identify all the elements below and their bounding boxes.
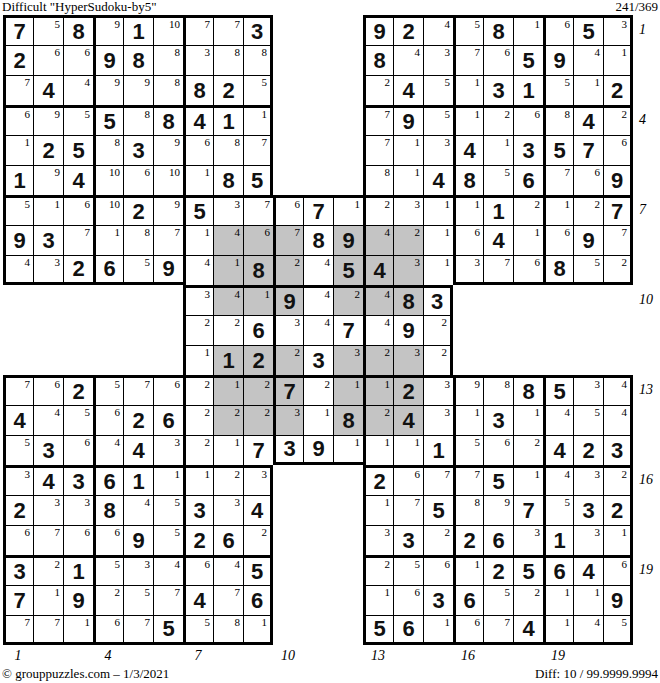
- cell-r17c13[interactable]: 1: [363, 495, 393, 525]
- cell-r6c17[interactable]: 5: [483, 165, 513, 195]
- cell-r16c9[interactable]: 3: [243, 465, 273, 495]
- cell-r17c17[interactable]: 9: [483, 495, 513, 525]
- cell-r7c16[interactable]: 1: [453, 195, 483, 225]
- cell-r6c4[interactable]: 10: [93, 165, 123, 195]
- given-digit: 7: [6, 586, 33, 615]
- cell-r7c8[interactable]: 3: [213, 195, 243, 225]
- cell-r1c19[interactable]: 6: [543, 15, 573, 45]
- cell-r17c5[interactable]: 4: [123, 495, 153, 525]
- cell-r1c4[interactable]: 9: [93, 15, 123, 45]
- cell-r6c13[interactable]: 8: [363, 165, 393, 195]
- cell-r16c19[interactable]: 4: [543, 465, 573, 495]
- cell-r20c2[interactable]: 1: [33, 585, 63, 615]
- cell-r18c1[interactable]: 6: [3, 525, 33, 555]
- cell-r17c8[interactable]: 3: [213, 495, 243, 525]
- cell-r19c8[interactable]: 4: [213, 555, 243, 585]
- cell-r18c2[interactable]: 7: [33, 525, 63, 555]
- cell-r15c18[interactable]: 2: [513, 435, 543, 465]
- cell-r19c6[interactable]: 4: [153, 555, 183, 585]
- candidate-digit: 1: [445, 257, 451, 268]
- cell-r20c20[interactable]: 1: [573, 585, 603, 615]
- cell-r20c14[interactable]: 6: [393, 585, 423, 615]
- cell-r8c16[interactable]: 6: [453, 225, 483, 255]
- cell-r21c15[interactable]: 1: [423, 615, 453, 645]
- candidate-digit: 6: [115, 527, 121, 538]
- candidate-digit: 1: [262, 109, 268, 120]
- cell-r14c2[interactable]: 4: [33, 405, 63, 435]
- cell-r7c12[interactable]: 1: [333, 195, 363, 225]
- cell-r21c4[interactable]: 6: [93, 615, 123, 645]
- cell-r7c1[interactable]: 5: [3, 195, 33, 225]
- cell-r8c5[interactable]: 8: [123, 225, 153, 255]
- cell-r13c4[interactable]: 5: [93, 375, 123, 405]
- cell-r12c7[interactable]: 1: [183, 345, 213, 375]
- cell-r9c18[interactable]: 6: [513, 255, 543, 285]
- cell-r8c8[interactable]: 4: [213, 225, 243, 255]
- cell-r21c2[interactable]: 7: [33, 615, 63, 645]
- cell-r21c17[interactable]: 7: [483, 615, 513, 645]
- cell-r15c6[interactable]: 3: [153, 435, 183, 465]
- cell-r15c12[interactable]: 1: [333, 435, 363, 465]
- cell-r11c10[interactable]: 3: [273, 315, 303, 345]
- cell-r21c7[interactable]: 5: [183, 615, 213, 645]
- cell-r16c15[interactable]: 7: [423, 465, 453, 495]
- cell-r9c1[interactable]: 4: [3, 255, 33, 285]
- cell-r9c17[interactable]: 7: [483, 255, 513, 285]
- cell-r11c14: 9: [393, 315, 423, 345]
- cell-r4c5[interactable]: 8: [123, 105, 153, 135]
- cell-r18c3[interactable]: 6: [63, 525, 93, 555]
- candidate-digit: 8: [175, 77, 181, 88]
- cell-r13c10: 7: [273, 375, 303, 405]
- cell-r16c8[interactable]: 2: [213, 465, 243, 495]
- cell-r18c15[interactable]: 2: [423, 525, 453, 555]
- cell-r14c18[interactable]: 1: [513, 405, 543, 435]
- cell-r15c13[interactable]: 1: [363, 435, 393, 465]
- cell-r3c1[interactable]: 7: [3, 75, 33, 105]
- cell-r14c15[interactable]: 3: [423, 405, 453, 435]
- cell-r4c15[interactable]: 5: [423, 105, 453, 135]
- cell-r7c4[interactable]: 10: [93, 195, 123, 225]
- given-digit: 3: [484, 406, 513, 435]
- cell-r13c2[interactable]: 6: [33, 375, 63, 405]
- cell-r20c6[interactable]: 7: [153, 585, 183, 615]
- given-digit: 2: [124, 406, 153, 435]
- cell-r20c19[interactable]: 1: [543, 585, 573, 615]
- cell-r20c18[interactable]: 2: [513, 585, 543, 615]
- cell-r12c11: 3: [303, 345, 333, 375]
- cell-r10c15: 3: [423, 285, 453, 315]
- cell-r7c10[interactable]: 6: [273, 195, 303, 225]
- cell-r14c3[interactable]: 5: [63, 405, 93, 435]
- cell-r20c13[interactable]: 1: [363, 585, 393, 615]
- cell-r3c19[interactable]: 5: [543, 75, 573, 105]
- cell-r11c11[interactable]: 4: [303, 315, 333, 345]
- cell-r6c19[interactable]: 7: [543, 165, 573, 195]
- cell-r9c2[interactable]: 3: [33, 255, 63, 285]
- cell-r4c1[interactable]: 6: [3, 105, 33, 135]
- candidate-digit: 7: [235, 587, 241, 598]
- candidate-digit: 6: [565, 227, 571, 238]
- cell-r4c18[interactable]: 6: [513, 105, 543, 135]
- cell-r21c20[interactable]: 4: [573, 615, 603, 645]
- candidate-digit: 3: [445, 407, 451, 418]
- cell-r13c7[interactable]: 2: [183, 375, 213, 405]
- cell-r5c6[interactable]: 9: [153, 135, 183, 165]
- cell-r13c16[interactable]: 9: [453, 375, 483, 405]
- cell-r12c13[interactable]: 2: [363, 345, 393, 375]
- cell-r11c13[interactable]: 4: [363, 315, 393, 345]
- cell-r15c17[interactable]: 6: [483, 435, 513, 465]
- col-label-13: 13: [363, 648, 393, 664]
- cell-r21c21[interactable]: 5: [603, 615, 633, 645]
- cell-r5c8[interactable]: 8: [213, 135, 243, 165]
- cell-r16c7[interactable]: 1: [183, 465, 213, 495]
- candidate-digit: 3: [262, 469, 268, 480]
- cell-r8c19[interactable]: 6: [543, 225, 573, 255]
- cell-r11c8[interactable]: 2: [213, 315, 243, 345]
- cell-r4c8: 1: [213, 105, 243, 135]
- cell-r8c14[interactable]: 2: [393, 225, 423, 255]
- cell-r2c13: 8: [363, 45, 393, 75]
- cell-r6c20[interactable]: 6: [573, 165, 603, 195]
- cell-r12c15[interactable]: 2: [423, 345, 453, 375]
- cell-r18c13[interactable]: 3: [363, 525, 393, 555]
- cell-r2c17[interactable]: 6: [483, 45, 513, 75]
- cell-r16c3: 3: [63, 465, 93, 495]
- cell-r21c8[interactable]: 8: [213, 615, 243, 645]
- cell-r5c7[interactable]: 6: [183, 135, 213, 165]
- cell-r21c3[interactable]: 1: [63, 615, 93, 645]
- cell-r16c20[interactable]: 3: [573, 465, 603, 495]
- cell-r5c15[interactable]: 3: [423, 135, 453, 165]
- cell-r21c19[interactable]: 1: [543, 615, 573, 645]
- cell-r17c2[interactable]: 3: [33, 495, 63, 525]
- candidate-digit: 7: [475, 469, 481, 480]
- cell-r21c16[interactable]: 6: [453, 615, 483, 645]
- cell-r2c7[interactable]: 3: [183, 45, 213, 75]
- cell-r1c8[interactable]: 7: [213, 15, 243, 45]
- cell-r19c17: 2: [483, 555, 513, 585]
- cell-r13c12[interactable]: 1: [333, 375, 363, 405]
- candidate-digit: 3: [415, 199, 421, 210]
- cell-r4c17[interactable]: 2: [483, 105, 513, 135]
- cell-r5c14[interactable]: 1: [393, 135, 423, 165]
- cell-r15c4[interactable]: 4: [93, 435, 123, 465]
- cell-r16c16[interactable]: 7: [453, 465, 483, 495]
- cell-r14c13[interactable]: 2: [363, 405, 393, 435]
- cell-r13c18: 8: [513, 375, 543, 405]
- cell-r7c9[interactable]: 7: [243, 195, 273, 225]
- cell-r1c6[interactable]: 10: [153, 15, 183, 45]
- cell-r7c19[interactable]: 1: [543, 195, 573, 225]
- cell-r12c14[interactable]: 3: [393, 345, 423, 375]
- cell-r13c5[interactable]: 7: [123, 375, 153, 405]
- cell-r19c16[interactable]: 1: [453, 555, 483, 585]
- cell-r14c19[interactable]: 4: [543, 405, 573, 435]
- cell-r4c19[interactable]: 8: [543, 105, 573, 135]
- cell-r13c1[interactable]: 7: [3, 375, 33, 405]
- cell-r7c6[interactable]: 9: [153, 195, 183, 225]
- cell-r3c6[interactable]: 8: [153, 75, 183, 105]
- cell-r17c19[interactable]: 5: [543, 495, 573, 525]
- cell-r9c4: 6: [93, 255, 123, 285]
- cell-r16c18[interactable]: 1: [513, 465, 543, 495]
- cell-r8c7[interactable]: 1: [183, 225, 213, 255]
- cell-r17c16[interactable]: 8: [453, 495, 483, 525]
- cell-r8c18[interactable]: 1: [513, 225, 543, 255]
- candidate-digit: 1: [205, 469, 211, 480]
- cell-r1c7[interactable]: 7: [183, 15, 213, 45]
- cell-r9c5[interactable]: 5: [123, 255, 153, 285]
- candidate-digit: 2: [505, 109, 511, 120]
- cell-r7c15[interactable]: 1: [423, 195, 453, 225]
- cell-r10c7[interactable]: 3: [183, 285, 213, 315]
- cell-r19c14[interactable]: 5: [393, 555, 423, 585]
- cell-r8c21[interactable]: 7: [603, 225, 633, 255]
- given-digit: 9: [546, 46, 573, 75]
- cell-r18c20[interactable]: 3: [573, 525, 603, 555]
- cell-r19c2[interactable]: 2: [33, 555, 63, 585]
- cell-r14c8[interactable]: 2: [213, 405, 243, 435]
- cell-r20c5[interactable]: 5: [123, 585, 153, 615]
- cell-r8c10[interactable]: 7: [273, 225, 303, 255]
- cell-r19c21[interactable]: 6: [603, 555, 633, 585]
- cell-r13c11[interactable]: 2: [303, 375, 333, 405]
- cell-r15c8[interactable]: 1: [213, 435, 243, 465]
- cell-r9c14[interactable]: 3: [393, 255, 423, 285]
- cell-r5c13[interactable]: 7: [363, 135, 393, 165]
- cell-r14c21[interactable]: 4: [603, 405, 633, 435]
- cell-r3c4[interactable]: 9: [93, 75, 123, 105]
- candidate-digit: 3: [415, 347, 421, 358]
- cell-r10c9[interactable]: 1: [243, 285, 273, 315]
- cell-r18c18[interactable]: 3: [513, 525, 543, 555]
- cell-r13c17[interactable]: 8: [483, 375, 513, 405]
- cell-r4c3[interactable]: 5: [63, 105, 93, 135]
- given-digit: 4: [514, 616, 543, 642]
- given-digit: 3: [6, 558, 33, 585]
- cell-r19c13[interactable]: 2: [363, 555, 393, 585]
- candidate-digit: 5: [115, 379, 121, 390]
- cell-r11c7[interactable]: 2: [183, 315, 213, 345]
- cell-r6c6[interactable]: 10: [153, 165, 183, 195]
- cell-r10c11[interactable]: 4: [303, 285, 333, 315]
- cell-r3c20[interactable]: 1: [573, 75, 603, 105]
- cell-r9c21[interactable]: 2: [603, 255, 633, 285]
- cell-r12c10[interactable]: 2: [273, 345, 303, 375]
- cell-r14c10[interactable]: 3: [273, 405, 303, 435]
- given-digit: 7: [6, 18, 33, 45]
- candidate-digit: 6: [475, 617, 481, 628]
- cell-r10c12[interactable]: 2: [333, 285, 363, 315]
- cell-r14c9[interactable]: 2: [243, 405, 273, 435]
- cell-r9c20[interactable]: 5: [573, 255, 603, 285]
- cell-r10c8[interactable]: 4: [213, 285, 243, 315]
- cell-r12c12[interactable]: 3: [333, 345, 363, 375]
- cell-r6c2[interactable]: 9: [33, 165, 63, 195]
- cell-r4c9[interactable]: 1: [243, 105, 273, 135]
- cell-r2c20[interactable]: 4: [573, 45, 603, 75]
- candidate-digit: 2: [115, 587, 121, 598]
- given-digit: 5: [334, 256, 363, 285]
- cell-r13c8[interactable]: 1: [213, 375, 243, 405]
- cell-r21c5[interactable]: 7: [123, 615, 153, 645]
- cell-r14c16[interactable]: 1: [453, 405, 483, 435]
- cell-r15c7[interactable]: 2: [183, 435, 213, 465]
- cell-r2c14[interactable]: 4: [393, 45, 423, 75]
- candidate-digit: 1: [475, 109, 481, 120]
- cell-r11c15[interactable]: 2: [423, 315, 453, 345]
- cell-r5c21[interactable]: 6: [603, 135, 633, 165]
- cell-r13c15[interactable]: 3: [423, 375, 453, 405]
- cell-r6c14[interactable]: 1: [393, 165, 423, 195]
- cell-r6c7[interactable]: 1: [183, 165, 213, 195]
- cell-r20c17[interactable]: 5: [483, 585, 513, 615]
- cell-r3c16[interactable]: 1: [453, 75, 483, 105]
- cell-r7c2[interactable]: 1: [33, 195, 63, 225]
- cell-r6c9: 5: [243, 165, 273, 195]
- cell-r19c7[interactable]: 6: [183, 555, 213, 585]
- cell-r5c4[interactable]: 8: [93, 135, 123, 165]
- given-digit: 9: [366, 18, 393, 45]
- cell-r2c9[interactable]: 8: [243, 45, 273, 75]
- col-label-7: 7: [183, 648, 213, 664]
- cell-r16c6[interactable]: 1: [153, 465, 183, 495]
- cell-r5c17[interactable]: 1: [483, 135, 513, 165]
- candidate-digit: 6: [85, 437, 91, 448]
- cell-r8c3[interactable]: 7: [63, 225, 93, 255]
- cell-r1c21[interactable]: 3: [603, 15, 633, 45]
- cell-r4c13[interactable]: 7: [363, 105, 393, 135]
- cell-r2c21[interactable]: 1: [603, 45, 633, 75]
- candidate-digit: 4: [622, 379, 628, 390]
- cell-r20c1: 7: [3, 585, 33, 615]
- cell-r8c9[interactable]: 6: [243, 225, 273, 255]
- cell-r14c20[interactable]: 5: [573, 405, 603, 435]
- cell-r20c8[interactable]: 7: [213, 585, 243, 615]
- cell-r18c21[interactable]: 1: [603, 525, 633, 555]
- cell-r14c4[interactable]: 6: [93, 405, 123, 435]
- cell-r13c20[interactable]: 3: [573, 375, 603, 405]
- cell-r8c4[interactable]: 1: [93, 225, 123, 255]
- cell-r1c2[interactable]: 5: [33, 15, 63, 45]
- cell-r18c6[interactable]: 5: [153, 525, 183, 555]
- cell-r21c9[interactable]: 1: [243, 615, 273, 645]
- cell-r15c20: 2: [573, 435, 603, 465]
- cell-r5c9[interactable]: 7: [243, 135, 273, 165]
- cell-r3c13[interactable]: 2: [363, 75, 393, 105]
- cell-r15c3[interactable]: 6: [63, 435, 93, 465]
- cell-r15c16[interactable]: 5: [453, 435, 483, 465]
- cell-r15c19: 4: [543, 435, 573, 465]
- cell-r7c20[interactable]: 2: [573, 195, 603, 225]
- page-footer: © grouppuzzles.com – 1/3/2021 Diff: 10 /…: [2, 666, 658, 682]
- candidate-digit: 1: [565, 617, 571, 628]
- cell-r9c7[interactable]: 4: [183, 255, 213, 285]
- cell-r7c13[interactable]: 2: [363, 195, 393, 225]
- cell-r18c4[interactable]: 6: [93, 525, 123, 555]
- cell-r4c21[interactable]: 2: [603, 105, 633, 135]
- candidate-digit: 2: [205, 317, 211, 328]
- cell-r2c2[interactable]: 6: [33, 45, 63, 75]
- cell-r20c9: 6: [243, 585, 273, 615]
- cell-r7c18[interactable]: 2: [513, 195, 543, 225]
- cell-r6c18: 6: [513, 165, 543, 195]
- cell-r10c13[interactable]: 4: [363, 285, 393, 315]
- cell-r20c21: 9: [603, 585, 633, 615]
- given-digit: 2: [6, 496, 33, 525]
- cell-r2c8[interactable]: 8: [213, 45, 243, 75]
- cell-r13c6[interactable]: 6: [153, 375, 183, 405]
- cell-r19c4[interactable]: 5: [93, 555, 123, 585]
- cell-r14c7[interactable]: 2: [183, 405, 213, 435]
- cell-r9c8[interactable]: 1: [213, 255, 243, 285]
- cell-r7c3[interactable]: 6: [63, 195, 93, 225]
- cell-r13c13[interactable]: 1: [363, 375, 393, 405]
- cell-r1c16[interactable]: 5: [453, 15, 483, 45]
- cell-r19c15[interactable]: 6: [423, 555, 453, 585]
- cell-r4c2[interactable]: 9: [33, 105, 63, 135]
- cell-r8c15[interactable]: 1: [423, 225, 453, 255]
- cell-r19c5[interactable]: 3: [123, 555, 153, 585]
- cell-r1c18[interactable]: 1: [513, 15, 543, 45]
- cell-r7c14[interactable]: 3: [393, 195, 423, 225]
- cell-r8c13[interactable]: 4: [363, 225, 393, 255]
- cell-r2c6[interactable]: 8: [153, 45, 183, 75]
- cell-r9c10[interactable]: 2: [273, 255, 303, 285]
- cell-r15c1[interactable]: 5: [3, 435, 33, 465]
- candidate-digit: 4: [25, 257, 31, 268]
- cell-r3c15[interactable]: 5: [423, 75, 453, 105]
- cell-r6c5[interactable]: 6: [123, 165, 153, 195]
- cell-r2c3[interactable]: 6: [63, 45, 93, 75]
- cell-r4c16[interactable]: 1: [453, 105, 483, 135]
- cell-r9c15[interactable]: 1: [423, 255, 453, 285]
- candidate-digit: 2: [442, 347, 448, 358]
- cell-r2c16[interactable]: 7: [453, 45, 483, 75]
- cell-r9c11[interactable]: 4: [303, 255, 333, 285]
- cell-r17c14[interactable]: 7: [393, 495, 423, 525]
- cell-r3c3[interactable]: 4: [63, 75, 93, 105]
- cell-r9c16[interactable]: 3: [453, 255, 483, 285]
- cell-r3c5[interactable]: 9: [123, 75, 153, 105]
- cell-r18c9[interactable]: 2: [243, 525, 273, 555]
- cell-r17c3[interactable]: 3: [63, 495, 93, 525]
- cell-r5c1[interactable]: 1: [3, 135, 33, 165]
- cell-r2c15[interactable]: 3: [423, 45, 453, 75]
- cell-r16c14[interactable]: 6: [393, 465, 423, 495]
- candidate-digit: 4: [385, 227, 391, 238]
- cell-r14c11[interactable]: 1: [303, 405, 333, 435]
- candidate-digit: 3: [235, 497, 241, 508]
- candidate-digit: 4: [385, 289, 391, 300]
- cell-r8c6[interactable]: 7: [153, 225, 183, 255]
- cell-r16c1[interactable]: 3: [3, 465, 33, 495]
- cell-r3c9[interactable]: 5: [243, 75, 273, 105]
- cell-r21c1[interactable]: 7: [3, 615, 33, 645]
- cell-r16c21[interactable]: 2: [603, 465, 633, 495]
- cell-r13c21[interactable]: 4: [603, 375, 633, 405]
- cell-r1c15[interactable]: 4: [423, 15, 453, 45]
- candidate-digit: 2: [385, 559, 391, 570]
- cell-r20c4[interactable]: 2: [93, 585, 123, 615]
- cell-r13c9[interactable]: 2: [243, 375, 273, 405]
- candidate-digit: 1: [355, 437, 361, 448]
- cell-r15c14[interactable]: 1: [393, 435, 423, 465]
- cell-r17c6[interactable]: 5: [153, 495, 183, 525]
- candidate-digit: 7: [175, 227, 181, 238]
